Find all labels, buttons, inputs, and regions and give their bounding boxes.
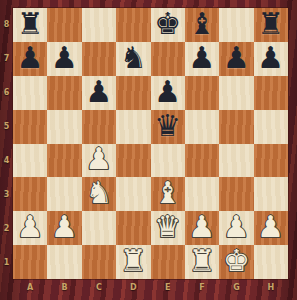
- square-h5[interactable]: [254, 110, 288, 144]
- square-d3[interactable]: [116, 177, 150, 211]
- square-a5[interactable]: [13, 110, 47, 144]
- piece-black-pawn: ♟: [17, 43, 44, 73]
- square-h4[interactable]: [254, 144, 288, 178]
- piece-black-pawn: ♟: [154, 77, 181, 107]
- square-b7[interactable]: ♟: [47, 42, 81, 76]
- square-a6[interactable]: [13, 76, 47, 110]
- rank-label-4: 4: [4, 156, 10, 165]
- file-label-c: C: [96, 283, 102, 292]
- square-f7[interactable]: ♟: [185, 42, 219, 76]
- square-g1[interactable]: ♚: [219, 245, 253, 279]
- square-c8[interactable]: [82, 8, 116, 42]
- chess-board: ♜♚♝♜♟♟♞♟♟♟♟♟♛♟♞♝♟♟♛♟♟♟♜♜♚: [13, 8, 288, 279]
- square-c4[interactable]: ♟: [82, 144, 116, 178]
- file-label-h: H: [267, 283, 274, 292]
- square-c5[interactable]: [82, 110, 116, 144]
- square-g3[interactable]: [219, 177, 253, 211]
- file-label-g: G: [233, 283, 240, 292]
- square-h3[interactable]: [254, 177, 288, 211]
- piece-white-pawn: ♟: [223, 212, 250, 242]
- square-b2[interactable]: ♟: [47, 211, 81, 245]
- square-c3[interactable]: ♞: [82, 177, 116, 211]
- file-label-b: B: [62, 283, 68, 292]
- piece-white-pawn: ♟: [51, 212, 78, 242]
- piece-white-pawn: ♟: [189, 212, 216, 242]
- piece-black-pawn: ♟: [51, 43, 78, 73]
- piece-black-pawn: ♟: [85, 77, 112, 107]
- rank-label-2: 2: [4, 224, 10, 233]
- piece-white-queen: ♛: [154, 212, 181, 242]
- piece-black-pawn: ♟: [223, 43, 250, 73]
- piece-black-knight: ♞: [120, 43, 147, 73]
- square-a3[interactable]: [13, 177, 47, 211]
- square-h8[interactable]: ♜: [254, 8, 288, 42]
- square-f4[interactable]: [185, 144, 219, 178]
- piece-black-king: ♚: [154, 9, 181, 39]
- square-f6[interactable]: [185, 76, 219, 110]
- square-c6[interactable]: ♟: [82, 76, 116, 110]
- piece-white-pawn: ♟: [17, 212, 44, 242]
- square-h1[interactable]: [254, 245, 288, 279]
- piece-black-bishop: ♝: [189, 9, 216, 39]
- rank-label-1: 1: [4, 258, 10, 267]
- square-b8[interactable]: [47, 8, 81, 42]
- square-c1[interactable]: [82, 245, 116, 279]
- piece-black-rook: ♜: [257, 9, 284, 39]
- square-h2[interactable]: ♟: [254, 211, 288, 245]
- square-g5[interactable]: [219, 110, 253, 144]
- piece-black-pawn: ♟: [189, 43, 216, 73]
- piece-white-knight: ♞: [85, 178, 112, 208]
- piece-white-bishop: ♝: [154, 178, 181, 208]
- square-g2[interactable]: ♟: [219, 211, 253, 245]
- rank-label-6: 6: [4, 88, 10, 97]
- square-g8[interactable]: [219, 8, 253, 42]
- square-a1[interactable]: [13, 245, 47, 279]
- square-d5[interactable]: [116, 110, 150, 144]
- square-b4[interactable]: [47, 144, 81, 178]
- piece-black-pawn: ♟: [257, 43, 284, 73]
- file-label-a: A: [27, 283, 33, 292]
- square-h6[interactable]: [254, 76, 288, 110]
- square-d8[interactable]: [116, 8, 150, 42]
- square-e3[interactable]: ♝: [151, 177, 185, 211]
- square-b6[interactable]: [47, 76, 81, 110]
- square-g4[interactable]: [219, 144, 253, 178]
- square-g7[interactable]: ♟: [219, 42, 253, 76]
- square-a8[interactable]: ♜: [13, 8, 47, 42]
- piece-white-king: ♚: [223, 246, 250, 276]
- square-e1[interactable]: [151, 245, 185, 279]
- square-b3[interactable]: [47, 177, 81, 211]
- square-f1[interactable]: ♜: [185, 245, 219, 279]
- rank-labels: 87654321: [0, 8, 13, 279]
- square-d7[interactable]: ♞: [116, 42, 150, 76]
- file-label-e: E: [165, 283, 170, 292]
- piece-black-queen: ♛: [154, 111, 181, 141]
- file-label-f: F: [199, 283, 204, 292]
- square-f2[interactable]: ♟: [185, 211, 219, 245]
- square-a7[interactable]: ♟: [13, 42, 47, 76]
- square-a4[interactable]: [13, 144, 47, 178]
- square-d2[interactable]: [116, 211, 150, 245]
- square-e5[interactable]: ♛: [151, 110, 185, 144]
- chess-diagram: 87654321 ♜♚♝♜♟♟♞♟♟♟♟♟♛♟♞♝♟♟♛♟♟♟♜♜♚ ABCDE…: [0, 0, 297, 300]
- square-d4[interactable]: [116, 144, 150, 178]
- square-f8[interactable]: ♝: [185, 8, 219, 42]
- square-a2[interactable]: ♟: [13, 211, 47, 245]
- square-b5[interactable]: [47, 110, 81, 144]
- square-d6[interactable]: [116, 76, 150, 110]
- square-b1[interactable]: [47, 245, 81, 279]
- square-e2[interactable]: ♛: [151, 211, 185, 245]
- rank-label-7: 7: [4, 54, 10, 63]
- rank-label-3: 3: [4, 190, 10, 199]
- rank-label-5: 5: [4, 122, 10, 131]
- piece-white-rook: ♜: [120, 246, 147, 276]
- square-e4[interactable]: [151, 144, 185, 178]
- square-h7[interactable]: ♟: [254, 42, 288, 76]
- square-c2[interactable]: [82, 211, 116, 245]
- square-e7[interactable]: [151, 42, 185, 76]
- file-labels: ABCDEFGH: [13, 279, 288, 296]
- square-c7[interactable]: [82, 42, 116, 76]
- square-f3[interactable]: [185, 177, 219, 211]
- square-e6[interactable]: ♟: [151, 76, 185, 110]
- piece-black-rook: ♜: [17, 9, 44, 39]
- piece-white-rook: ♜: [189, 246, 216, 276]
- square-g6[interactable]: [219, 76, 253, 110]
- piece-white-pawn: ♟: [85, 144, 112, 174]
- square-e8[interactable]: ♚: [151, 8, 185, 42]
- square-d1[interactable]: ♜: [116, 245, 150, 279]
- rank-label-8: 8: [4, 20, 10, 29]
- square-f5[interactable]: [185, 110, 219, 144]
- file-label-d: D: [130, 283, 137, 292]
- piece-white-pawn: ♟: [257, 212, 284, 242]
